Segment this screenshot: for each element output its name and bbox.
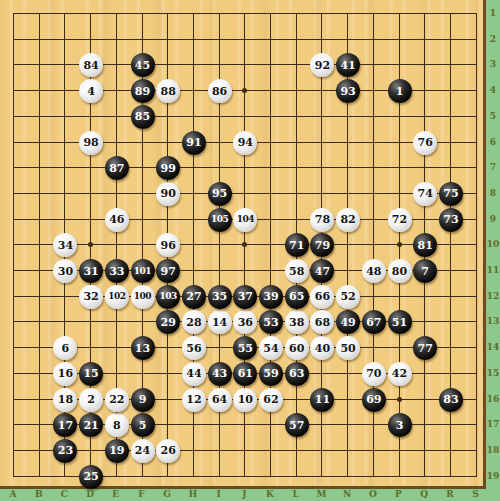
row-label: 1 <box>486 8 500 18</box>
star-point <box>397 397 402 402</box>
move-number: 92 <box>315 60 330 71</box>
go-stone-black[interactable]: 3 <box>388 413 412 437</box>
move-number: 1 <box>396 86 404 97</box>
move-number: 7 <box>421 266 429 277</box>
go-stone-white[interactable]: 14 <box>208 310 232 334</box>
go-stone-black[interactable]: 65 <box>285 285 309 309</box>
go-stone-black[interactable]: 105 <box>208 208 232 232</box>
go-stone-black[interactable]: 19 <box>105 439 129 463</box>
move-number: 19 <box>109 445 124 456</box>
go-stone-white[interactable]: 12 <box>182 388 206 412</box>
move-number: 22 <box>109 394 124 405</box>
move-number: 79 <box>315 240 330 251</box>
go-stone-black[interactable]: 79 <box>310 233 334 257</box>
move-number: 76 <box>418 137 433 148</box>
column-label: K <box>263 489 277 499</box>
go-stone-black[interactable]: 87 <box>105 156 129 180</box>
go-stone-black[interactable]: 95 <box>208 182 232 206</box>
go-stone-black[interactable]: 91 <box>182 131 206 155</box>
row-label: 14 <box>486 342 500 352</box>
move-number: 42 <box>392 368 407 379</box>
go-stone-white[interactable]: 76 <box>413 131 437 155</box>
column-label: E <box>109 489 123 499</box>
go-stone-black[interactable]: 13 <box>131 336 155 360</box>
move-number: 6 <box>62 343 70 354</box>
column-label: M <box>314 489 328 499</box>
column-label: B <box>32 489 46 499</box>
go-stone-black[interactable]: 53 <box>259 310 283 334</box>
go-stone-black[interactable]: 99 <box>156 156 180 180</box>
go-stone-white[interactable]: 2 <box>79 388 103 412</box>
go-stone-white[interactable]: 24 <box>131 439 155 463</box>
go-stone-white[interactable]: 104 <box>233 208 257 232</box>
column-label: Q <box>417 489 431 499</box>
move-number: 81 <box>418 240 433 251</box>
go-stone-white[interactable]: 74 <box>413 182 437 206</box>
go-stone-black[interactable]: 75 <box>439 182 463 206</box>
row-label: 15 <box>486 368 500 378</box>
row-label: 13 <box>486 316 500 326</box>
go-stone-white[interactable]: 6 <box>53 336 77 360</box>
go-stone-black[interactable]: 61 <box>233 362 257 386</box>
move-number: 29 <box>161 317 176 328</box>
go-stone-white[interactable]: 48 <box>362 259 386 283</box>
column-label: L <box>289 489 303 499</box>
go-stone-black[interactable]: 57 <box>285 413 309 437</box>
go-stone-black[interactable]: 25 <box>79 465 103 489</box>
go-stone-white[interactable]: 46 <box>105 208 129 232</box>
go-stone-white[interactable]: 28 <box>182 310 206 334</box>
move-number: 8 <box>113 420 121 431</box>
go-stone-black[interactable]: 83 <box>439 388 463 412</box>
go-stone-white[interactable]: 90 <box>156 182 180 206</box>
move-number: 12 <box>186 394 201 405</box>
go-stone-black[interactable]: 27 <box>182 285 206 309</box>
move-number: 63 <box>289 368 304 379</box>
row-label: 6 <box>486 137 500 147</box>
go-stone-white[interactable]: 60 <box>285 336 309 360</box>
go-stone-black[interactable]: 69 <box>362 388 386 412</box>
go-stone-black[interactable]: 63 <box>285 362 309 386</box>
go-stone-white[interactable]: 88 <box>156 79 180 103</box>
go-stone-white[interactable]: 42 <box>388 362 412 386</box>
move-number: 16 <box>58 368 73 379</box>
go-stone-black[interactable]: 89 <box>131 79 155 103</box>
move-number: 41 <box>340 60 355 71</box>
go-stone-white[interactable]: 72 <box>388 208 412 232</box>
go-stone-white[interactable]: 86 <box>208 79 232 103</box>
go-stone-white[interactable]: 70 <box>362 362 386 386</box>
move-number: 62 <box>263 394 278 405</box>
row-label: 18 <box>486 445 500 455</box>
go-stone-white[interactable]: 16 <box>53 362 77 386</box>
row-label: 9 <box>486 214 500 224</box>
column-label: C <box>57 489 71 499</box>
go-stone-white[interactable]: 36 <box>233 310 257 334</box>
move-number: 84 <box>83 60 98 71</box>
move-number: 52 <box>340 291 355 302</box>
row-label: 7 <box>486 162 500 172</box>
move-number: 23 <box>58 445 73 456</box>
move-number: 75 <box>443 188 458 199</box>
go-stone-black[interactable]: 71 <box>285 233 309 257</box>
row-label: 19 <box>486 471 500 481</box>
move-number: 25 <box>83 471 98 482</box>
move-number: 15 <box>83 368 98 379</box>
column-label: G <box>160 489 174 499</box>
go-stone-black[interactable]: 47 <box>310 259 334 283</box>
move-number: 74 <box>418 188 433 199</box>
move-number: 77 <box>418 343 433 354</box>
go-stone-black[interactable]: 37 <box>233 285 257 309</box>
move-number: 9 <box>139 394 147 405</box>
go-stone-black[interactable]: 97 <box>156 259 180 283</box>
move-number: 103 <box>160 292 177 301</box>
go-stone-white[interactable]: 32 <box>79 285 103 309</box>
column-label: S <box>469 489 483 499</box>
move-number: 73 <box>443 214 458 225</box>
move-number: 70 <box>366 368 381 379</box>
column-label: O <box>366 489 380 499</box>
go-stone-black[interactable]: 55 <box>233 336 257 360</box>
column-label: P <box>392 489 406 499</box>
star-point <box>88 242 93 247</box>
go-stone-white[interactable]: 68 <box>310 310 334 334</box>
move-number: 37 <box>238 291 253 302</box>
move-number: 94 <box>238 137 253 148</box>
move-number: 2 <box>87 394 95 405</box>
go-stone-black[interactable]: 81 <box>413 233 437 257</box>
go-stone-white[interactable]: 44 <box>182 362 206 386</box>
grid-line-horizontal <box>13 450 477 451</box>
move-number: 87 <box>109 163 124 174</box>
move-number: 17 <box>58 420 73 431</box>
move-number: 105 <box>211 215 228 224</box>
move-number: 61 <box>238 368 253 379</box>
go-stone-white[interactable]: 62 <box>259 388 283 412</box>
column-label: F <box>135 489 149 499</box>
go-stone-black[interactable]: 103 <box>156 285 180 309</box>
move-number: 54 <box>263 343 278 354</box>
move-number: 33 <box>109 266 124 277</box>
move-number: 11 <box>315 394 330 405</box>
go-stone-black[interactable]: 101 <box>131 259 155 283</box>
go-stone-white[interactable]: 10 <box>233 388 257 412</box>
go-stone-white[interactable]: 58 <box>285 259 309 283</box>
column-label: J <box>237 489 251 499</box>
go-stone-white[interactable]: 40 <box>310 336 334 360</box>
move-number: 100 <box>134 292 151 301</box>
go-stone-white[interactable]: 96 <box>156 233 180 257</box>
go-stone-black[interactable]: 45 <box>131 53 155 77</box>
move-number: 104 <box>237 215 254 224</box>
go-stone-white[interactable]: 94 <box>233 131 257 155</box>
column-label: I <box>212 489 226 499</box>
go-stone-black[interactable]: 7 <box>413 259 437 283</box>
star-point <box>242 242 247 247</box>
move-number: 93 <box>340 86 355 97</box>
column-label: H <box>186 489 200 499</box>
move-number: 40 <box>315 343 330 354</box>
go-stone-black[interactable]: 17 <box>53 413 77 437</box>
go-stone-white[interactable]: 4 <box>79 79 103 103</box>
row-label: 10 <box>486 239 500 249</box>
move-number: 50 <box>340 343 355 354</box>
move-number: 14 <box>212 317 227 328</box>
row-label: 4 <box>486 85 500 95</box>
row-label: 11 <box>486 265 500 275</box>
move-number: 24 <box>135 445 150 456</box>
move-number: 88 <box>161 86 176 97</box>
go-stone-black[interactable]: 41 <box>336 53 360 77</box>
star-point <box>397 242 402 247</box>
move-number: 26 <box>161 445 176 456</box>
go-stone-black[interactable]: 39 <box>259 285 283 309</box>
go-stone-black[interactable]: 67 <box>362 310 386 334</box>
move-number: 32 <box>83 291 98 302</box>
go-stone-white[interactable]: 64 <box>208 388 232 412</box>
go-stone-white[interactable]: 78 <box>310 208 334 232</box>
column-label: N <box>340 489 354 499</box>
move-number: 91 <box>186 137 201 148</box>
move-number: 36 <box>238 317 253 328</box>
go-stone-black[interactable]: 43 <box>208 362 232 386</box>
go-stone-black[interactable]: 31 <box>79 259 103 283</box>
move-number: 49 <box>340 317 355 328</box>
go-stone-black[interactable]: 1 <box>388 79 412 103</box>
move-number: 72 <box>392 214 407 225</box>
move-number: 51 <box>392 317 407 328</box>
go-stone-black[interactable]: 85 <box>131 105 155 129</box>
move-number: 55 <box>238 343 253 354</box>
move-number: 4 <box>87 86 95 97</box>
move-number: 18 <box>58 394 73 405</box>
move-number: 27 <box>186 291 201 302</box>
move-number: 90 <box>161 188 176 199</box>
move-number: 3 <box>396 420 404 431</box>
move-number: 96 <box>161 240 176 251</box>
go-stone-white[interactable]: 80 <box>388 259 412 283</box>
move-number: 65 <box>289 291 304 302</box>
go-stone-black[interactable]: 9 <box>131 388 155 412</box>
move-number: 45 <box>135 60 150 71</box>
move-number: 39 <box>263 291 278 302</box>
go-stone-white[interactable]: 82 <box>336 208 360 232</box>
move-number: 80 <box>392 266 407 277</box>
go-stone-white[interactable]: 56 <box>182 336 206 360</box>
go-stone-black[interactable]: 15 <box>79 362 103 386</box>
go-stone-black[interactable]: 21 <box>79 413 103 437</box>
move-number: 38 <box>289 317 304 328</box>
go-stone-black[interactable]: 5 <box>131 413 155 437</box>
go-stone-black[interactable]: 35 <box>208 285 232 309</box>
go-stone-black[interactable]: 11 <box>310 388 334 412</box>
go-stone-white[interactable]: 92 <box>310 53 334 77</box>
go-board[interactable]: 1234567891011121314151617181921222324252… <box>0 0 486 489</box>
go-stone-white[interactable]: 8 <box>105 413 129 437</box>
move-number: 102 <box>108 292 125 301</box>
move-number: 78 <box>315 214 330 225</box>
move-number: 85 <box>135 111 150 122</box>
move-number: 89 <box>135 86 150 97</box>
move-number: 28 <box>186 317 201 328</box>
go-stone-white[interactable]: 66 <box>310 285 334 309</box>
move-number: 64 <box>212 394 227 405</box>
move-number: 101 <box>134 267 151 276</box>
row-label: 16 <box>486 394 500 404</box>
row-label: 12 <box>486 291 500 301</box>
move-number: 21 <box>83 420 98 431</box>
move-number: 95 <box>212 188 227 199</box>
move-number: 44 <box>186 368 201 379</box>
go-stone-black[interactable]: 59 <box>259 362 283 386</box>
move-number: 43 <box>212 368 227 379</box>
go-stone-white[interactable]: 30 <box>53 259 77 283</box>
move-number: 30 <box>58 266 73 277</box>
move-number: 99 <box>161 163 176 174</box>
go-stone-white[interactable]: 100 <box>131 285 155 309</box>
star-point <box>242 88 247 93</box>
go-stone-black[interactable]: 93 <box>336 79 360 103</box>
move-number: 46 <box>109 214 124 225</box>
go-stone-black[interactable]: 23 <box>53 439 77 463</box>
move-number: 97 <box>161 266 176 277</box>
move-number: 60 <box>289 343 304 354</box>
go-stone-white[interactable]: 26 <box>156 439 180 463</box>
go-stone-white[interactable]: 18 <box>53 388 77 412</box>
column-label: D <box>83 489 97 499</box>
move-number: 31 <box>83 266 98 277</box>
column-label: A <box>6 489 20 499</box>
move-number: 68 <box>315 317 330 328</box>
move-number: 58 <box>289 266 304 277</box>
go-stone-black[interactable]: 73 <box>439 208 463 232</box>
row-label: 8 <box>486 188 500 198</box>
move-number: 83 <box>443 394 458 405</box>
move-number: 35 <box>212 291 227 302</box>
go-stone-black[interactable]: 29 <box>156 310 180 334</box>
move-number: 5 <box>139 420 147 431</box>
grid-line-vertical <box>476 13 477 477</box>
row-label: 17 <box>486 419 500 429</box>
go-stone-white[interactable]: 84 <box>79 53 103 77</box>
move-number: 47 <box>315 266 330 277</box>
go-stone-black[interactable]: 49 <box>336 310 360 334</box>
move-number: 71 <box>289 240 304 251</box>
move-number: 53 <box>263 317 278 328</box>
move-number: 82 <box>340 214 355 225</box>
row-label: 5 <box>486 111 500 121</box>
go-stone-white[interactable]: 50 <box>336 336 360 360</box>
go-stone-white[interactable]: 54 <box>259 336 283 360</box>
go-stone-white[interactable]: 22 <box>105 388 129 412</box>
move-number: 66 <box>315 291 330 302</box>
go-game-record-viewer: 1234567891011121314151617181921222324252… <box>0 0 500 501</box>
move-number: 10 <box>238 394 253 405</box>
move-number: 34 <box>58 240 73 251</box>
move-number: 57 <box>289 420 304 431</box>
move-number: 59 <box>263 368 278 379</box>
move-number: 69 <box>366 394 381 405</box>
move-number: 86 <box>212 86 227 97</box>
go-stone-white[interactable]: 102 <box>105 285 129 309</box>
go-stone-black[interactable]: 51 <box>388 310 412 334</box>
move-number: 67 <box>366 317 381 328</box>
row-label: 3 <box>486 59 500 69</box>
move-number: 48 <box>366 266 381 277</box>
go-stone-white[interactable]: 52 <box>336 285 360 309</box>
move-number: 56 <box>186 343 201 354</box>
column-label: R <box>443 489 457 499</box>
go-stone-white[interactable]: 98 <box>79 131 103 155</box>
row-label: 2 <box>486 34 500 44</box>
go-stone-white[interactable]: 38 <box>285 310 309 334</box>
move-number: 13 <box>135 343 150 354</box>
go-stone-black[interactable]: 77 <box>413 336 437 360</box>
move-number: 98 <box>83 137 98 148</box>
go-stone-black[interactable]: 33 <box>105 259 129 283</box>
go-stone-white[interactable]: 34 <box>53 233 77 257</box>
